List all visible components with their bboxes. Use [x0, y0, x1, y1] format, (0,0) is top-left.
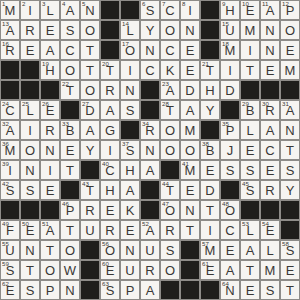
- grid-cell[interactable]: T: [280, 280, 300, 300]
- grid-cell[interactable]: N: [180, 200, 200, 220]
- grid-cell[interactable]: 34R: [140, 120, 160, 140]
- grid-cell[interactable]: Y: [80, 140, 100, 160]
- grid-cell[interactable]: 4A: [60, 0, 80, 20]
- grid-cell[interactable]: A: [260, 120, 280, 140]
- cell-letter: Y: [141, 24, 159, 38]
- cell-letter: O: [161, 124, 179, 138]
- cell-letter: I: [181, 4, 199, 18]
- cell-letter: N: [281, 124, 299, 138]
- grid-cell[interactable]: 62E: [0, 280, 20, 300]
- grid-cell[interactable]: N: [120, 80, 140, 100]
- cell-letter: S: [241, 164, 259, 178]
- grid-cell[interactable]: N: [20, 240, 40, 260]
- black-cell: [200, 20, 220, 40]
- grid-cell[interactable]: N: [280, 120, 300, 140]
- grid-cell[interactable]: A: [140, 160, 160, 180]
- grid-cell[interactable]: 36M: [0, 140, 20, 160]
- black-cell: [200, 0, 220, 20]
- grid-cell[interactable]: Y: [140, 20, 160, 40]
- grid-cell[interactable]: E: [60, 140, 80, 160]
- grid-cell[interactable]: 22T: [60, 80, 80, 100]
- cell-letter: I: [121, 64, 139, 78]
- grid-cell[interactable]: A: [140, 280, 160, 300]
- grid-cell[interactable]: R: [100, 220, 120, 240]
- grid-cell[interactable]: T: [80, 40, 100, 60]
- grid-cell[interactable]: 25L: [20, 100, 40, 120]
- grid-cell[interactable]: A: [80, 120, 100, 140]
- cell-letter: E: [261, 224, 279, 238]
- grid-cell[interactable]: M: [260, 260, 280, 280]
- grid-cell[interactable]: 39I: [0, 160, 20, 180]
- black-cell: [0, 80, 20, 100]
- cell-letter: O: [81, 24, 99, 38]
- grid-cell[interactable]: S: [220, 160, 240, 180]
- cell-letter: E: [281, 44, 299, 58]
- cell-letter: C: [161, 4, 179, 18]
- grid-cell[interactable]: N: [120, 240, 140, 260]
- grid-cell[interactable]: O: [80, 80, 100, 100]
- grid-cell[interactable]: M: [180, 120, 200, 140]
- cell-letter: N: [81, 4, 99, 18]
- grid-cell[interactable]: A: [40, 40, 60, 60]
- grid-cell[interactable]: D: [200, 180, 220, 200]
- cell-letter: A: [141, 284, 159, 298]
- grid-cell[interactable]: E: [260, 60, 280, 80]
- cell-letter: T: [181, 224, 199, 238]
- cell-letter: A: [101, 104, 119, 118]
- grid-cell[interactable]: 6S: [140, 0, 160, 20]
- black-cell: [200, 280, 220, 300]
- cell-letter: E: [241, 144, 259, 158]
- cell-letter: L: [261, 244, 279, 258]
- cell-letter: E: [241, 4, 259, 18]
- cell-letter: E: [181, 64, 199, 78]
- grid-cell[interactable]: L: [260, 240, 280, 260]
- grid-cell[interactable]: R: [260, 180, 280, 200]
- grid-cell[interactable]: E: [40, 20, 60, 40]
- grid-cell[interactable]: 51A: [40, 220, 60, 240]
- grid-cell[interactable]: S: [20, 280, 40, 300]
- cell-letter: E: [221, 244, 239, 258]
- cell-letter: R: [1, 44, 19, 58]
- black-cell: [120, 0, 140, 20]
- grid-cell[interactable]: 13A: [0, 20, 20, 40]
- grid-cell[interactable]: N: [60, 280, 80, 300]
- cell-letter: O: [41, 264, 59, 278]
- cell-letter: A: [1, 24, 19, 38]
- cell-letter: C: [101, 164, 119, 178]
- grid-cell[interactable]: 60E: [100, 260, 120, 280]
- cell-letter: N: [121, 244, 139, 258]
- grid-cell[interactable]: E: [240, 280, 260, 300]
- cell-letter: K: [121, 204, 139, 218]
- grid-cell[interactable]: E: [180, 180, 200, 200]
- grid-cell[interactable]: 50E: [20, 220, 40, 240]
- black-cell: [80, 280, 100, 300]
- grid-cell[interactable]: 40C: [100, 160, 120, 180]
- cell-letter: S: [1, 184, 19, 198]
- cell-letter: O: [281, 24, 299, 38]
- cell-letter: E: [201, 264, 219, 278]
- grid-cell[interactable]: R: [20, 20, 40, 40]
- grid-cell[interactable]: U: [80, 220, 100, 240]
- grid-cell[interactable]: 12P: [280, 0, 300, 20]
- grid-cell[interactable]: P: [120, 280, 140, 300]
- grid-cell[interactable]: E: [240, 140, 260, 160]
- grid-cell[interactable]: C: [140, 60, 160, 80]
- cell-letter: D: [81, 104, 99, 118]
- grid-cell[interactable]: Y: [200, 100, 220, 120]
- grid-cell[interactable]: 41M: [180, 160, 200, 180]
- grid-cell[interactable]: 27D: [80, 100, 100, 120]
- cell-letter: U: [1, 244, 19, 258]
- cell-letter: N: [61, 284, 79, 298]
- grid-cell[interactable]: 44T: [160, 180, 180, 200]
- cell-letter: A: [141, 224, 159, 238]
- grid-cell[interactable]: O: [60, 240, 80, 260]
- grid-cell[interactable]: 17O: [120, 40, 140, 60]
- cell-letter: L: [241, 224, 259, 238]
- grid-cell[interactable]: 7C: [160, 0, 180, 20]
- grid-cell[interactable]: K: [120, 200, 140, 220]
- cell-letter: E: [21, 44, 39, 58]
- grid-cell[interactable]: N: [20, 160, 40, 180]
- grid-cell[interactable]: I: [20, 120, 40, 140]
- grid-cell[interactable]: I: [220, 60, 240, 80]
- grid-cell[interactable]: K: [160, 60, 180, 80]
- grid-cell[interactable]: 56O: [100, 240, 120, 260]
- grid-cell[interactable]: U: [140, 240, 160, 260]
- cell-letter: N: [21, 164, 39, 178]
- grid-cell[interactable]: H: [120, 160, 140, 180]
- grid-cell[interactable]: 35P: [220, 120, 240, 140]
- black-cell: [0, 60, 20, 80]
- grid-cell[interactable]: O: [80, 20, 100, 40]
- grid-cell[interactable]: 38B: [200, 140, 220, 160]
- grid-cell[interactable]: A: [120, 180, 140, 200]
- cell-letter: E: [41, 184, 59, 198]
- cell-letter: E: [261, 164, 279, 178]
- cell-letter: O: [181, 144, 199, 158]
- grid-cell[interactable]: T: [280, 140, 300, 160]
- grid-cell[interactable]: I: [100, 140, 120, 160]
- grid-cell[interactable]: 45S: [240, 180, 260, 200]
- grid-cell[interactable]: T: [80, 60, 100, 80]
- grid-cell[interactable]: S: [120, 100, 140, 120]
- grid-cell[interactable]: T: [60, 220, 80, 240]
- cell-letter: R: [41, 124, 59, 138]
- grid-cell[interactable]: R: [100, 80, 120, 100]
- cell-letter: M: [181, 124, 199, 138]
- cell-letter: S: [21, 184, 39, 198]
- grid-cell[interactable]: O: [160, 20, 180, 40]
- grid-cell[interactable]: 42S: [0, 180, 20, 200]
- cell-letter: L: [21, 104, 39, 118]
- grid-cell[interactable]: 52A: [140, 220, 160, 240]
- cell-letter: M: [221, 44, 239, 58]
- grid-cell[interactable]: E: [40, 180, 60, 200]
- grid-cell[interactable]: L: [240, 120, 260, 140]
- grid-cell[interactable]: 16R: [0, 40, 20, 60]
- grid-cell[interactable]: 2I: [20, 0, 40, 20]
- cell-letter: T: [81, 184, 99, 198]
- cell-letter: M: [241, 24, 259, 38]
- grid-cell[interactable]: T: [200, 200, 220, 220]
- grid-cell[interactable]: C: [60, 40, 80, 60]
- grid-cell[interactable]: E: [100, 200, 120, 220]
- black-cell: [160, 160, 180, 180]
- grid-cell[interactable]: 61E: [200, 260, 220, 280]
- grid-cell[interactable]: 11A: [260, 0, 280, 20]
- grid-cell[interactable]: C: [160, 40, 180, 60]
- cell-letter: R: [81, 204, 99, 218]
- grid-cell[interactable]: 48O: [220, 200, 240, 220]
- grid-cell[interactable]: Y: [280, 180, 300, 200]
- cell-letter: M: [261, 264, 279, 278]
- cell-letter: C: [141, 64, 159, 78]
- cell-letter: A: [41, 224, 59, 238]
- cell-letter: A: [261, 124, 279, 138]
- black-cell: [280, 80, 300, 100]
- grid-cell[interactable]: A: [220, 260, 240, 280]
- grid-cell[interactable]: 58S: [280, 240, 300, 260]
- cell-letter: M: [1, 144, 19, 158]
- cell-letter: R: [141, 124, 159, 138]
- cell-letter: L: [241, 124, 259, 138]
- grid-cell[interactable]: E: [280, 40, 300, 60]
- black-cell: [40, 80, 60, 100]
- grid-cell[interactable]: T: [40, 240, 60, 260]
- grid-cell[interactable]: 30R: [260, 100, 280, 120]
- grid-cell[interactable]: G: [100, 120, 120, 140]
- cell-letter: E: [241, 284, 259, 298]
- grid-cell[interactable]: T: [240, 260, 260, 280]
- grid-cell[interactable]: 55U: [0, 240, 20, 260]
- cell-letter: T: [81, 64, 99, 78]
- grid-cell[interactable]: S: [60, 20, 80, 40]
- cell-letter: E: [201, 164, 219, 178]
- grid-cell[interactable]: N: [40, 140, 60, 160]
- grid-cell[interactable]: 10E: [240, 0, 260, 20]
- grid-cell[interactable]: M: [280, 60, 300, 80]
- grid-cell[interactable]: O: [160, 260, 180, 280]
- grid-cell[interactable]: W: [60, 260, 80, 280]
- grid-cell[interactable]: S: [240, 160, 260, 180]
- grid-cell[interactable]: N: [140, 140, 160, 160]
- grid-cell[interactable]: 3L: [40, 0, 60, 20]
- grid-cell[interactable]: P: [40, 280, 60, 300]
- grid-cell[interactable]: O: [180, 140, 200, 160]
- grid-cell[interactable]: H: [100, 180, 120, 200]
- cell-letter: N: [141, 44, 159, 58]
- grid-cell[interactable]: 29B: [240, 100, 260, 120]
- grid-cell[interactable]: S: [20, 180, 40, 200]
- cell-letter: C: [161, 44, 179, 58]
- black-cell: [180, 240, 200, 260]
- grid-cell[interactable]: O: [20, 140, 40, 160]
- grid-cell[interactable]: 32A: [0, 120, 20, 140]
- grid-cell[interactable]: E: [120, 220, 140, 240]
- grid-cell[interactable]: 47O: [160, 200, 180, 220]
- cell-letter: E: [121, 224, 139, 238]
- cell-letter: R: [101, 84, 119, 98]
- grid-cell[interactable]: 53L: [240, 220, 260, 240]
- cell-letter: L: [121, 24, 139, 38]
- grid-cell[interactable]: I: [40, 160, 60, 180]
- grid-cell[interactable]: 19H: [40, 60, 60, 80]
- grid-cell[interactable]: 31A: [280, 100, 300, 120]
- cell-letter: M: [1, 4, 19, 18]
- cell-letter: I: [1, 164, 19, 178]
- grid-cell[interactable]: O: [160, 140, 180, 160]
- grid-cell[interactable]: 49F: [0, 220, 20, 240]
- cell-letter: O: [61, 64, 79, 78]
- grid-cell[interactable]: 20T: [100, 60, 120, 80]
- cell-letter: N: [181, 204, 199, 218]
- cell-letter: A: [61, 4, 79, 18]
- grid-cell[interactable]: 1M: [0, 0, 20, 20]
- black-cell: [140, 200, 160, 220]
- grid-cell[interactable]: H: [200, 80, 220, 100]
- grid-cell[interactable]: E: [180, 60, 200, 80]
- grid-cell[interactable]: S: [160, 240, 180, 260]
- grid-cell[interactable]: 37S: [120, 140, 140, 160]
- grid-cell[interactable]: A: [240, 240, 260, 260]
- grid-cell[interactable]: 64N: [220, 280, 240, 300]
- black-cell: [60, 180, 80, 200]
- grid-cell[interactable]: 63S: [100, 280, 120, 300]
- cell-letter: T: [61, 84, 79, 98]
- grid-cell[interactable]: E: [280, 260, 300, 280]
- grid-cell[interactable]: 5N: [80, 0, 100, 20]
- grid-cell[interactable]: E: [180, 40, 200, 60]
- cell-letter: I: [41, 164, 59, 178]
- grid-cell[interactable]: 33B: [60, 120, 80, 140]
- grid-cell[interactable]: R: [140, 260, 160, 280]
- grid-cell[interactable]: D: [220, 80, 240, 100]
- grid-cell[interactable]: C: [220, 220, 240, 240]
- grid-cell[interactable]: 46P: [60, 200, 80, 220]
- black-cell: [140, 80, 160, 100]
- grid-cell[interactable]: 59S: [0, 260, 20, 280]
- cell-letter: H: [221, 4, 239, 18]
- grid-cell[interactable]: 21T: [200, 60, 220, 80]
- cell-letter: S: [141, 4, 159, 18]
- cell-letter: U: [221, 24, 239, 38]
- cell-letter: A: [241, 244, 259, 258]
- cell-letter: U: [141, 244, 159, 258]
- grid-cell[interactable]: T: [180, 220, 200, 240]
- grid-cell[interactable]: S: [280, 160, 300, 180]
- grid-cell[interactable]: O: [40, 260, 60, 280]
- grid-cell[interactable]: O: [160, 120, 180, 140]
- grid-cell[interactable]: 18M: [220, 40, 240, 60]
- cell-letter: I: [201, 224, 219, 238]
- cell-letter: S: [1, 264, 19, 278]
- cell-letter: A: [141, 164, 159, 178]
- black-cell: [240, 80, 260, 100]
- cell-letter: C: [1, 104, 19, 118]
- grid-cell[interactable]: I: [200, 220, 220, 240]
- cell-letter: N: [261, 24, 279, 38]
- cell-letter: N: [141, 144, 159, 158]
- grid-cell[interactable]: A: [180, 100, 200, 120]
- grid-cell[interactable]: 8I: [180, 0, 200, 20]
- grid-cell[interactable]: E: [260, 160, 280, 180]
- cell-letter: N: [181, 24, 199, 38]
- grid-cell[interactable]: S: [260, 280, 280, 300]
- grid-cell[interactable]: T: [240, 60, 260, 80]
- black-cell: [120, 120, 140, 140]
- cell-letter: I: [241, 44, 259, 58]
- cell-letter: C: [61, 44, 79, 58]
- grid-cell[interactable]: E: [20, 40, 40, 60]
- grid-cell[interactable]: J: [220, 140, 240, 160]
- cell-letter: E: [1, 284, 19, 298]
- cell-letter: R: [141, 264, 159, 278]
- cell-letter: T: [161, 104, 179, 118]
- grid-cell[interactable]: I: [240, 40, 260, 60]
- cell-letter: S: [21, 284, 39, 298]
- grid-cell[interactable]: 28T: [160, 100, 180, 120]
- black-cell: [220, 100, 240, 120]
- cell-letter: T: [161, 184, 179, 198]
- grid-cell[interactable]: 14L: [120, 20, 140, 40]
- cell-letter: O: [161, 264, 179, 278]
- cell-letter: T: [61, 164, 79, 178]
- grid-cell[interactable]: T: [60, 160, 80, 180]
- cell-letter: A: [41, 44, 59, 58]
- cell-letter: S: [241, 184, 259, 198]
- grid-cell[interactable]: R: [160, 220, 180, 240]
- crossword-board: 1M2I3L4A5N6S7C8I9H10E11A12P13ARESO14LYON…: [0, 0, 300, 300]
- grid-cell[interactable]: M: [240, 20, 260, 40]
- grid-cell[interactable]: R: [40, 120, 60, 140]
- grid-cell[interactable]: 23A: [160, 80, 180, 100]
- grid-cell[interactable]: E: [220, 240, 240, 260]
- grid-cell[interactable]: D: [180, 80, 200, 100]
- grid-cell[interactable]: R: [80, 200, 100, 220]
- grid-cell[interactable]: E: [200, 160, 220, 180]
- grid-cell[interactable]: N: [260, 40, 280, 60]
- grid-cell[interactable]: 26E: [40, 100, 60, 120]
- grid-cell[interactable]: I: [120, 60, 140, 80]
- grid-cell[interactable]: 43T: [80, 180, 100, 200]
- grid-cell[interactable]: 15U: [220, 20, 240, 40]
- cell-letter: S: [121, 104, 139, 118]
- grid-cell[interactable]: N: [260, 20, 280, 40]
- grid-cell[interactable]: O: [280, 20, 300, 40]
- grid-cell[interactable]: 9H: [220, 0, 240, 20]
- grid-cell[interactable]: C: [260, 140, 280, 160]
- grid-cell[interactable]: 24C: [0, 100, 20, 120]
- cell-letter: A: [281, 104, 299, 118]
- cell-letter: Y: [281, 184, 299, 198]
- cell-letter: O: [161, 24, 179, 38]
- cell-letter: O: [221, 204, 239, 218]
- grid-cell[interactable]: T: [20, 260, 40, 280]
- grid-cell[interactable]: A: [100, 100, 120, 120]
- grid-cell[interactable]: N: [140, 40, 160, 60]
- grid-cell[interactable]: 57M: [200, 240, 220, 260]
- cell-letter: M: [181, 164, 199, 178]
- cell-letter: M: [281, 64, 299, 78]
- grid-cell[interactable]: 54E: [260, 220, 280, 240]
- grid-cell[interactable]: U: [120, 260, 140, 280]
- black-cell: [0, 200, 20, 220]
- grid-cell[interactable]: O: [60, 60, 80, 80]
- grid-cell[interactable]: N: [180, 20, 200, 40]
